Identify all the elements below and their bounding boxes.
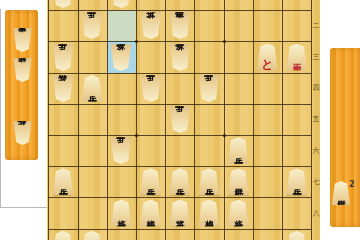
piece-kanji: と [261,51,273,65]
rank-label: 八 [311,209,321,217]
grid-line-horizontal [48,135,311,136]
rank-label: 七 [311,178,321,186]
grid-line-vertical [165,0,166,240]
grid-line-vertical [78,0,79,240]
rank-label: 二 [311,22,321,30]
star-point [223,134,226,137]
grid-line-vertical [253,0,254,240]
last-move-origin[interactable] [107,10,136,41]
grid-line-horizontal [48,197,311,198]
shogi-board: 一二三四五六七八九香車銀将歩兵王将飛車歩兵金将金将と龍王角行歩兵歩兵歩兵歩兵歩兵… [47,0,323,240]
grid-line-horizontal [48,10,311,11]
panel-edge-bottom [0,207,47,208]
grid-line-vertical [48,0,49,240]
grid-line-vertical [194,0,195,240]
rank-label: 四 [311,84,321,92]
hand-piece-count: 2 [349,180,355,189]
grid-line-horizontal [48,104,311,105]
grid-line-vertical [136,0,137,240]
grid-line-vertical [224,0,225,240]
shogi-app: { "game": "shogi", "position": { "sfen":… [0,0,360,240]
grid-line-horizontal [48,41,311,42]
grid-line-horizontal [48,229,311,230]
panel-edge-left [0,9,1,207]
rank-label: 三 [311,53,321,61]
rank-label: 六 [311,147,321,155]
grid-line-vertical [107,0,108,240]
grid-line-horizontal [48,166,311,167]
rank-label: 五 [311,115,321,123]
star-point [135,134,138,137]
grid-line-horizontal [48,73,311,74]
grid-line-vertical [282,0,283,240]
